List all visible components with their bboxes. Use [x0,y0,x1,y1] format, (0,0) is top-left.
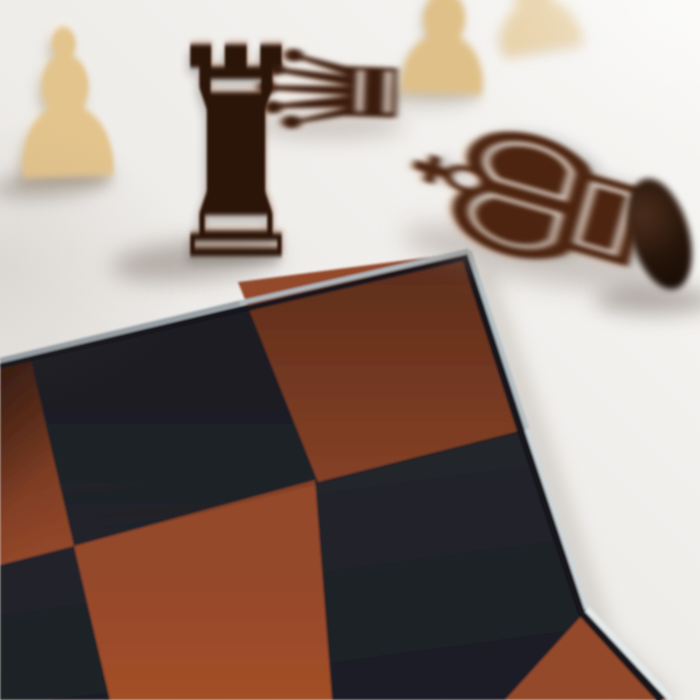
rook-glyph: ♜ [163,11,309,301]
pawn-glyph: ♟ [0,1,138,211]
photo-stage: ♟ ♛ ♜ ♟ ♟ ♚ [0,0,700,700]
